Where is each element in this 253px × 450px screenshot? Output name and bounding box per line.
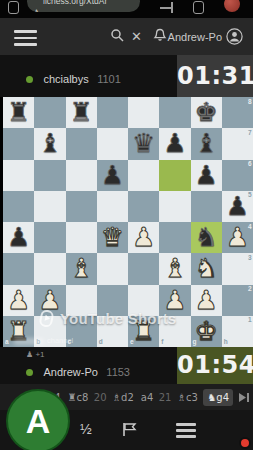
square-a3[interactable] xyxy=(3,253,34,284)
tab-switcher-icon[interactable] xyxy=(193,1,204,14)
black-p-piece: ♟ xyxy=(3,222,34,253)
square-c5[interactable] xyxy=(66,191,97,222)
black-b-piece: ♝ xyxy=(191,128,222,159)
watermark-subtitle: channel xyxy=(14,336,73,345)
square-c3[interactable]: ♝ xyxy=(66,253,97,284)
browser-profile-avatar[interactable] xyxy=(224,0,240,12)
coord-2: 2 xyxy=(248,286,252,293)
white-p-piece: ♟ xyxy=(128,222,159,253)
square-d8[interactable] xyxy=(97,97,128,128)
move-number: 20 xyxy=(94,392,107,403)
skip-to-end-icon[interactable] xyxy=(238,392,250,403)
square-c7[interactable] xyxy=(66,128,97,159)
square-b8[interactable] xyxy=(34,97,65,128)
square-b4[interactable] xyxy=(34,222,65,253)
white-b-piece: ♝ xyxy=(66,253,97,284)
black-k-piece: ♚ xyxy=(191,97,222,128)
square-e8[interactable] xyxy=(128,97,159,128)
opponent-name[interactable]: chcialbys xyxy=(43,73,88,85)
square-g6[interactable]: ♟ xyxy=(191,160,222,191)
black-q-piece: ♛ xyxy=(128,128,159,159)
coord-8: 8 xyxy=(248,99,252,106)
square-g3[interactable]: ♞ xyxy=(191,253,222,284)
notification-dot xyxy=(239,437,251,449)
square-a6[interactable] xyxy=(3,160,34,191)
square-h8[interactable]: 8 xyxy=(222,97,253,128)
search-icon[interactable] xyxy=(110,28,124,42)
square-h5[interactable]: ♟5 xyxy=(222,191,253,222)
square-a5[interactable] xyxy=(3,191,34,222)
coord-h: h xyxy=(224,339,228,346)
white-n-piece: ♞ xyxy=(191,253,222,284)
square-e4[interactable]: ♟ xyxy=(128,222,159,253)
square-e6[interactable] xyxy=(128,160,159,191)
opponent-bar: chcialbys 1101 01:31 xyxy=(0,55,253,97)
browser-status-bar: ▲ lichess.org/XtdAr xyxy=(0,0,253,18)
black-r-piece: ♜ xyxy=(66,97,97,128)
white-q-piece: ♛ xyxy=(97,222,128,253)
move-c8[interactable]: ♜c8 xyxy=(68,392,89,403)
youtube-shorts-watermark: YouTube Shorts xyxy=(40,310,176,327)
coord-a: a xyxy=(5,339,9,346)
square-e5[interactable] xyxy=(128,191,159,222)
game-menu-icon[interactable] xyxy=(176,423,196,442)
challenge-icon[interactable]: ✕ xyxy=(131,29,142,44)
move-c3[interactable]: ♗c3 xyxy=(177,392,198,403)
black-r-piece: ♜ xyxy=(3,97,34,128)
online-indicator xyxy=(26,76,33,83)
white-p-piece: ♟ xyxy=(3,285,34,316)
square-g7[interactable]: ♝ xyxy=(191,128,222,159)
square-c4[interactable] xyxy=(66,222,97,253)
coord-e: e xyxy=(130,339,134,346)
square-f5[interactable] xyxy=(159,191,190,222)
opponent-clock: 01:31 xyxy=(177,55,253,97)
square-a4[interactable]: ♟ xyxy=(3,222,34,253)
player-name[interactable]: Andrew-Po xyxy=(43,366,97,378)
square-e3[interactable] xyxy=(128,253,159,284)
square-d5[interactable] xyxy=(97,191,128,222)
square-h6[interactable]: 6 xyxy=(222,160,253,191)
new-tab-icon-v xyxy=(171,2,173,13)
square-h3[interactable]: 3 xyxy=(222,253,253,284)
square-h4[interactable]: ♟4 xyxy=(222,222,253,253)
channel-avatar[interactable]: A xyxy=(6,389,70,450)
square-g4[interactable]: ♞ xyxy=(191,222,222,253)
coord-5: 5 xyxy=(248,192,252,199)
square-f4[interactable] xyxy=(159,222,190,253)
coord-4: 4 xyxy=(248,224,252,231)
white-p-piece: ♟ xyxy=(191,285,222,316)
black-p-piece: ♟ xyxy=(97,160,128,191)
square-b6[interactable] xyxy=(34,160,65,191)
square-e7[interactable]: ♛ xyxy=(128,128,159,159)
resign-flag-icon[interactable] xyxy=(122,422,138,437)
app-header: ✕ Andrew-Po xyxy=(0,18,253,55)
square-g8[interactable]: ♚ xyxy=(191,97,222,128)
square-f6[interactable] xyxy=(159,160,190,191)
black-b-piece: ♝ xyxy=(34,128,65,159)
square-h7[interactable]: 7 xyxy=(222,128,253,159)
coord-1: 1 xyxy=(248,317,252,324)
black-p-piece: ♟ xyxy=(159,128,190,159)
square-h2[interactable]: 2 xyxy=(222,285,253,316)
square-d4[interactable]: ♛ xyxy=(97,222,128,253)
black-p-piece: ♟ xyxy=(191,160,222,191)
square-c8[interactable]: ♜ xyxy=(66,97,97,128)
square-a2[interactable]: ♟ xyxy=(3,285,34,316)
blurred-text xyxy=(14,338,44,345)
square-c6[interactable] xyxy=(66,160,97,191)
shorts-logo-icon xyxy=(38,309,54,328)
white-b-piece: ♝ xyxy=(159,253,190,284)
move-g4[interactable]: ♞g4 xyxy=(203,389,233,406)
square-d3[interactable] xyxy=(97,253,128,284)
player-rating: 1153 xyxy=(106,366,130,378)
move-a4[interactable]: a4 xyxy=(141,392,154,403)
bell-icon[interactable] xyxy=(153,28,167,42)
coord-g: g xyxy=(193,339,197,346)
square-g1[interactable]: ♚g xyxy=(191,316,222,347)
square-b5[interactable] xyxy=(34,191,65,222)
player-bar: ♟ +1 Andrew-Po 1153 01:54 xyxy=(0,347,253,384)
square-a7[interactable] xyxy=(3,128,34,159)
material-advantage: ♟ +1 xyxy=(26,350,45,359)
menu-icon[interactable] xyxy=(14,30,37,50)
square-f3[interactable]: ♝ xyxy=(159,253,190,284)
opponent-rating: 1101 xyxy=(97,73,121,85)
square-g5[interactable] xyxy=(191,191,222,222)
browser-home-icon[interactable] xyxy=(8,1,19,14)
square-d6[interactable]: ♟ xyxy=(97,160,128,191)
black-n-piece: ♞ xyxy=(191,222,222,253)
coord-d: d xyxy=(99,339,103,346)
user-avatar-icon[interactable] xyxy=(226,28,243,45)
coord-f: f xyxy=(161,339,163,346)
online-indicator xyxy=(26,369,33,376)
offer-draw-button[interactable]: ½ xyxy=(80,421,92,437)
watermark-title: YouTube Shorts xyxy=(60,310,176,327)
url-bar[interactable]: ▲ lichess.org/XtdAr xyxy=(27,0,140,12)
square-d7[interactable] xyxy=(97,128,128,159)
square-h1[interactable]: 1h xyxy=(222,316,253,347)
url-text: lichess.org/XtdAr xyxy=(43,0,107,6)
square-b3[interactable] xyxy=(34,253,65,284)
square-f8[interactable] xyxy=(159,97,190,128)
coord-3: 3 xyxy=(248,255,252,262)
player-clock: 01:54 xyxy=(177,347,253,384)
move-d2[interactable]: ♗d2 xyxy=(112,392,134,403)
square-g2[interactable]: ♟ xyxy=(191,285,222,316)
site-security-icon: ▲ xyxy=(33,0,40,12)
coord-7: 7 xyxy=(248,130,252,137)
header-username[interactable]: Andrew-Po xyxy=(168,31,222,43)
square-f7[interactable]: ♟ xyxy=(159,128,190,159)
move-number: 21 xyxy=(159,392,172,403)
square-b7[interactable]: ♝ xyxy=(34,128,65,159)
square-a8[interactable]: ♜ xyxy=(3,97,34,128)
coord-6: 6 xyxy=(248,161,252,168)
